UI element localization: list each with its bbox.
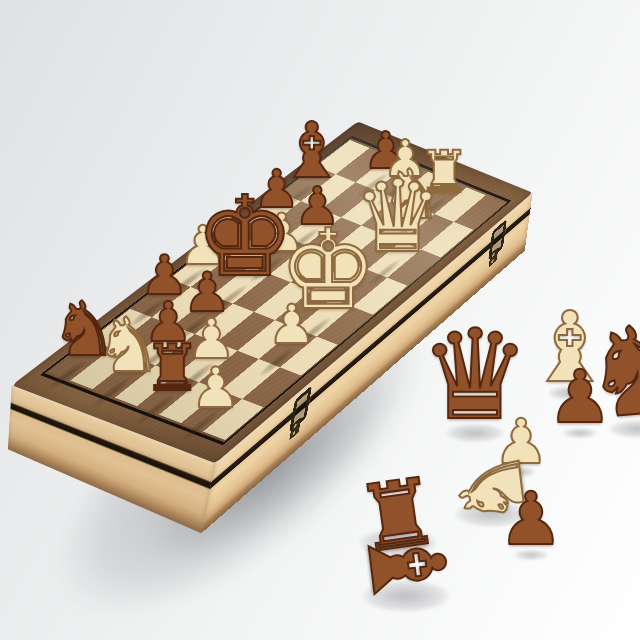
scattered-piece-dark-p-2[interactable]: ♟ [547,361,612,434]
pieces-layer: ♞♟♟♟♝♞♟♟♚♟♟♟♟♜♟♞♜♟♟♚♛♛♝♟♞♟♞♜♟♝ [0,0,640,640]
product-photo-stage: ♞♟♟♟♝♞♟♟♚♟♟♟♟♜♟♞♜♟♟♚♛♛♝♟♞♟♞♜♟♝ [0,0,640,640]
scattered-piece-dark-p-7[interactable]: ♟ [498,483,563,556]
scattered-piece-dark-b-8[interactable]: ♝ [349,514,462,618]
chess-piece-light-p-c2[interactable]: ♟ [267,298,316,352]
chess-piece-light-p-a2[interactable]: ♟ [191,360,241,416]
